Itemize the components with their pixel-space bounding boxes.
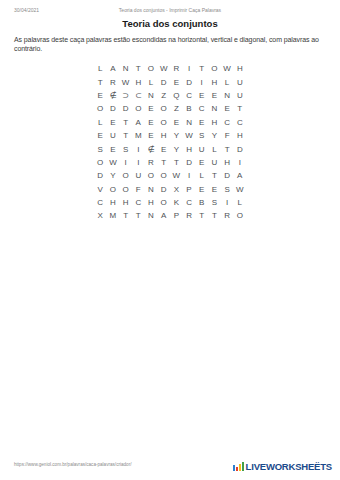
- grid-cell-r4c5: E: [145, 102, 158, 115]
- grid-cell-r6c11: F: [221, 129, 234, 142]
- grid-cell-r2c3: W: [119, 75, 132, 88]
- grid-cell-r1c9: T: [195, 62, 208, 75]
- grid-cell-r6c6: H: [157, 129, 170, 142]
- grid-cell-r7c9: U: [195, 142, 208, 155]
- grid-cell-r1c6: W: [157, 62, 170, 75]
- grid-cell-r1c3: N: [119, 62, 132, 75]
- grid-cell-r11c3: H: [119, 196, 132, 209]
- grid-cell-r6c3: T: [119, 129, 132, 142]
- grid-cell-r2c5: L: [145, 75, 158, 88]
- grid-cell-r5c6: O: [157, 116, 170, 129]
- grid-cell-r7c6: E: [157, 142, 170, 155]
- grid-cell-r4c8: B: [183, 102, 196, 115]
- grid-cell-r10c8: P: [183, 183, 196, 196]
- grid-cell-r7c8: H: [183, 142, 196, 155]
- grid-cell-r1c5: O: [145, 62, 158, 75]
- grid-cell-r5c1: L: [94, 116, 107, 129]
- grid-cell-r12c11: R: [221, 209, 234, 222]
- source-url: https://www.geniol.com.br/palavras/caca-…: [14, 462, 131, 467]
- grid-cell-r1c8: I: [183, 62, 196, 75]
- grid-cell-r7c12: D: [233, 142, 246, 155]
- grid-cell-r8c11: H: [221, 156, 234, 169]
- grid-cell-r5c7: E: [170, 116, 183, 129]
- grid-cell-r3c8: C: [183, 89, 196, 102]
- grid-cell-r1c12: H: [233, 62, 246, 75]
- grid-cell-r10c3: O: [119, 183, 132, 196]
- grid-cell-r9c2: Y: [107, 169, 120, 182]
- grid-cell-r11c1: C: [94, 196, 107, 209]
- grid-cell-r11c8: C: [183, 196, 196, 209]
- grid-cell-r10c12: W: [233, 183, 246, 196]
- grid-cell-r3c11: N: [221, 89, 234, 102]
- grid-cell-r2c12: U: [233, 75, 246, 88]
- grid-cell-r2c2: R: [107, 75, 120, 88]
- grid-cell-r5c5: E: [145, 116, 158, 129]
- grid-cell-r12c3: T: [119, 209, 132, 222]
- grid-cell-r6c4: M: [132, 129, 145, 142]
- grid-cell-r6c9: S: [195, 129, 208, 142]
- grid-cell-r11c11: I: [221, 196, 234, 209]
- grid-cell-r1c1: L: [94, 62, 107, 75]
- grid-cell-r8c4: I: [132, 156, 145, 169]
- grid-cell-r9c8: I: [183, 169, 196, 182]
- grid-cell-r7c11: T: [221, 142, 234, 155]
- grid-cell-r5c9: E: [195, 116, 208, 129]
- grid-cell-r4c1: O: [94, 102, 107, 115]
- grid-cell-r9c3: O: [119, 169, 132, 182]
- grid-cell-r8c9: E: [195, 156, 208, 169]
- grid-cell-r8c10: U: [208, 156, 221, 169]
- grid-cell-r6c2: U: [107, 129, 120, 142]
- grid-cell-r10c5: N: [145, 183, 158, 196]
- grid-cell-r12c10: T: [208, 209, 221, 222]
- grid-cell-r11c6: O: [157, 196, 170, 209]
- grid-cell-r8c5: R: [145, 156, 158, 169]
- grid-cell-r6c5: E: [145, 129, 158, 142]
- grid-cell-r11c5: H: [145, 196, 158, 209]
- grid-cell-r3c3: ⊃: [119, 89, 132, 102]
- grid-cell-r12c7: P: [170, 209, 183, 222]
- grid-cell-r1c11: W: [221, 62, 234, 75]
- grid-cell-r3c12: U: [233, 89, 246, 102]
- grid-cell-r4c3: D: [119, 102, 132, 115]
- grid-cell-r7c10: L: [208, 142, 221, 155]
- grid-cell-r7c1: S: [94, 142, 107, 155]
- grid-cell-r2c1: T: [94, 75, 107, 88]
- grid-cell-r3c2: ∉: [107, 89, 120, 102]
- grid-cell-r4c2: D: [107, 102, 120, 115]
- grid-cell-r2c9: I: [195, 75, 208, 88]
- grid-cell-r7c3: S: [119, 142, 132, 155]
- grid-cell-r5c3: T: [119, 116, 132, 129]
- grid-cell-r3c4: ⊂: [132, 89, 145, 102]
- grid-cell-r6c8: W: [183, 129, 196, 142]
- grid-cell-r10c6: D: [157, 183, 170, 196]
- bar-chart-icon: [233, 462, 244, 471]
- grid-cell-r9c12: A: [233, 169, 246, 182]
- grid-cell-r10c11: S: [221, 183, 234, 196]
- grid-cell-r12c2: M: [107, 209, 120, 222]
- grid-cell-r4c9: C: [195, 102, 208, 115]
- grid-cell-r8c8: D: [183, 156, 196, 169]
- grid-cell-r6c1: E: [94, 129, 107, 142]
- grid-cell-r9c5: O: [145, 169, 158, 182]
- grid-cell-r9c7: W: [170, 169, 183, 182]
- grid-cell-r7c5: ∉: [145, 142, 158, 155]
- liveworksheets-logo-text: LIVEWORKSHEËTS: [246, 461, 332, 472]
- grid-cell-r2c10: H: [208, 75, 221, 88]
- grid-cell-r2c7: E: [170, 75, 183, 88]
- grid-cell-r6c10: Y: [208, 129, 221, 142]
- grid-cell-r11c2: H: [107, 196, 120, 209]
- grid-cell-r10c7: X: [170, 183, 183, 196]
- grid-cell-r6c7: Y: [170, 129, 183, 142]
- grid-cell-r3c1: E: [94, 89, 107, 102]
- grid-cell-r9c9: L: [195, 169, 208, 182]
- grid-cell-r8c7: T: [170, 156, 183, 169]
- grid-cell-r7c4: I: [132, 142, 145, 155]
- grid-cell-r4c7: Z: [170, 102, 183, 115]
- grid-cell-r11c10: S: [208, 196, 221, 209]
- grid-cell-r4c10: N: [208, 102, 221, 115]
- print-header-title: Teoria dos conjuntos - Imprimir Caça Pal…: [0, 7, 340, 13]
- grid-cell-r1c10: O: [208, 62, 221, 75]
- grid-cell-r12c4: T: [132, 209, 145, 222]
- grid-cell-r1c2: A: [107, 62, 120, 75]
- grid-cell-r6c12: H: [233, 129, 246, 142]
- grid-cell-r8c6: T: [157, 156, 170, 169]
- grid-cell-r11c12: L: [233, 196, 246, 209]
- grid-cell-r9c1: D: [94, 169, 107, 182]
- grid-cell-r5c12: C: [233, 116, 246, 129]
- grid-cell-r12c12: O: [233, 209, 246, 222]
- grid-cell-r1c7: R: [170, 62, 183, 75]
- grid-cell-r12c6: A: [157, 209, 170, 222]
- grid-cell-r1c4: T: [132, 62, 145, 75]
- grid-cell-r5c2: E: [107, 116, 120, 129]
- grid-cell-r9c10: T: [208, 169, 221, 182]
- grid-cell-r12c5: N: [145, 209, 158, 222]
- grid-cell-r12c1: X: [94, 209, 107, 222]
- grid-cell-r8c2: W: [107, 156, 120, 169]
- grid-cell-r8c3: I: [119, 156, 132, 169]
- grid-cell-r4c11: E: [221, 102, 234, 115]
- grid-cell-r5c8: N: [183, 116, 196, 129]
- grid-cell-r3c6: Z: [157, 89, 170, 102]
- grid-cell-r2c4: H: [132, 75, 145, 88]
- grid-cell-r5c10: H: [208, 116, 221, 129]
- word-search-grid: LANTOWRITOWHTRWHLDEDIHLUE∉⊃⊂NZQCEENUODDO…: [94, 62, 246, 223]
- grid-cell-r12c9: T: [195, 209, 208, 222]
- grid-cell-r8c1: O: [94, 156, 107, 169]
- grid-cell-r7c7: Y: [170, 142, 183, 155]
- grid-cell-r4c4: O: [132, 102, 145, 115]
- grid-cell-r3c5: N: [145, 89, 158, 102]
- instructions-text: As palavras deste caça palavras estão es…: [14, 36, 332, 54]
- grid-cell-r2c8: D: [183, 75, 196, 88]
- grid-cell-r2c6: D: [157, 75, 170, 88]
- grid-cell-r4c6: O: [157, 102, 170, 115]
- grid-cell-r10c10: E: [208, 183, 221, 196]
- grid-cell-r3c7: Q: [170, 89, 183, 102]
- grid-cell-r3c10: E: [208, 89, 221, 102]
- grid-cell-r5c4: A: [132, 116, 145, 129]
- grid-cell-r10c2: O: [107, 183, 120, 196]
- grid-cell-r10c4: F: [132, 183, 145, 196]
- grid-cell-r11c4: C: [132, 196, 145, 209]
- grid-cell-r5c11: C: [221, 116, 234, 129]
- grid-cell-r10c1: V: [94, 183, 107, 196]
- grid-cell-r11c7: K: [170, 196, 183, 209]
- grid-cell-r9c11: D: [221, 169, 234, 182]
- grid-cell-r7c2: E: [107, 142, 120, 155]
- grid-cell-r9c6: O: [157, 169, 170, 182]
- puzzle-title: Teoria dos conjuntos: [0, 18, 340, 29]
- grid-cell-r4c12: T: [233, 102, 246, 115]
- grid-cell-r11c9: B: [195, 196, 208, 209]
- grid-cell-r8c12: I: [233, 156, 246, 169]
- grid-cell-r3c9: E: [195, 89, 208, 102]
- grid-cell-r10c9: E: [195, 183, 208, 196]
- grid-cell-r2c11: L: [221, 75, 234, 88]
- grid-cell-r9c4: U: [132, 169, 145, 182]
- liveworksheets-logo: LIVEWORKSHEËTS: [233, 461, 332, 472]
- grid-cell-r12c8: R: [183, 209, 196, 222]
